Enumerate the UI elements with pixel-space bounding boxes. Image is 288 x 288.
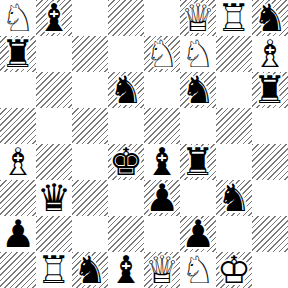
piece-glyph: ♞ <box>72 252 108 288</box>
square-a4[interactable]: ♝♗ <box>0 144 36 180</box>
piece-white-rook-g8[interactable]: ♜♖ <box>216 0 252 36</box>
piece-glyph: ♟ <box>180 216 216 252</box>
piece-white-bishop-a4[interactable]: ♝♗ <box>0 144 36 180</box>
piece-white-queen-f8[interactable]: ♛♕ <box>180 0 216 36</box>
piece-black-rook-a7[interactable]: ♜♜ <box>0 36 36 72</box>
square-e2[interactable] <box>144 216 180 252</box>
piece-glyph: ♘ <box>180 36 216 72</box>
square-a7[interactable]: ♜♜ <box>0 36 36 72</box>
square-f8[interactable]: ♛♕ <box>180 0 216 36</box>
piece-black-queen-b3[interactable]: ♛♛ <box>36 180 72 216</box>
square-g2[interactable] <box>216 216 252 252</box>
square-e1[interactable]: ♛♕ <box>144 252 180 288</box>
piece-white-knight-f7[interactable]: ♞♘ <box>180 36 216 72</box>
square-d4[interactable]: ♚♚ <box>108 144 144 180</box>
square-c7[interactable] <box>72 36 108 72</box>
square-h2[interactable] <box>252 216 288 252</box>
chess-board: ♞♘♝♝♛♕♜♖♞♞♜♜♞♘♞♘♝♗♞♞♞♞♜♜♝♗♚♚♝♝♜♜♛♛♟♟♞♞♟♟… <box>0 0 288 288</box>
piece-glyph: ♕ <box>180 0 216 36</box>
square-e3[interactable]: ♟♟ <box>144 180 180 216</box>
piece-white-rook-b1[interactable]: ♜♖ <box>36 252 72 288</box>
square-a8[interactable]: ♞♘ <box>0 0 36 36</box>
square-h4[interactable] <box>252 144 288 180</box>
square-c4[interactable] <box>72 144 108 180</box>
piece-glyph: ♗ <box>0 144 36 180</box>
piece-glyph: ♕ <box>144 252 180 288</box>
piece-white-knight-a8[interactable]: ♞♘ <box>0 0 36 36</box>
piece-white-queen-e1[interactable]: ♛♕ <box>144 252 180 288</box>
piece-glyph: ♗ <box>252 36 288 72</box>
square-f7[interactable]: ♞♘ <box>180 36 216 72</box>
square-b5[interactable] <box>36 108 72 144</box>
square-g6[interactable] <box>216 72 252 108</box>
piece-glyph: ♖ <box>36 252 72 288</box>
square-e7[interactable]: ♞♘ <box>144 36 180 72</box>
square-g7[interactable] <box>216 36 252 72</box>
piece-black-pawn-e3[interactable]: ♟♟ <box>144 180 180 216</box>
piece-glyph: ♚ <box>108 144 144 180</box>
square-e4[interactable]: ♝♝ <box>144 144 180 180</box>
square-c1[interactable]: ♞♞ <box>72 252 108 288</box>
piece-glyph: ♝ <box>144 144 180 180</box>
piece-glyph: ♝ <box>36 0 72 36</box>
square-d5[interactable] <box>108 108 144 144</box>
piece-black-bishop-e4[interactable]: ♝♝ <box>144 144 180 180</box>
square-b7[interactable] <box>36 36 72 72</box>
square-f2[interactable]: ♟♟ <box>180 216 216 252</box>
piece-black-knight-d6[interactable]: ♞♞ <box>108 72 144 108</box>
square-b3[interactable]: ♛♛ <box>36 180 72 216</box>
square-a6[interactable] <box>0 72 36 108</box>
square-c6[interactable] <box>72 72 108 108</box>
piece-white-knight-e7[interactable]: ♞♘ <box>144 36 180 72</box>
piece-white-knight-f1[interactable]: ♞♘ <box>180 252 216 288</box>
square-c8[interactable] <box>72 0 108 36</box>
square-e6[interactable] <box>144 72 180 108</box>
square-f3[interactable] <box>180 180 216 216</box>
piece-black-knight-f6[interactable]: ♞♞ <box>180 72 216 108</box>
square-c3[interactable] <box>72 180 108 216</box>
square-h1[interactable] <box>252 252 288 288</box>
piece-glyph: ♞ <box>180 72 216 108</box>
square-a3[interactable] <box>0 180 36 216</box>
square-f4[interactable]: ♜♜ <box>180 144 216 180</box>
piece-black-pawn-a2[interactable]: ♟♟ <box>0 216 36 252</box>
square-h7[interactable]: ♝♗ <box>252 36 288 72</box>
square-a1[interactable] <box>0 252 36 288</box>
square-e5[interactable] <box>144 108 180 144</box>
square-f1[interactable]: ♞♘ <box>180 252 216 288</box>
square-d3[interactable] <box>108 180 144 216</box>
square-a5[interactable] <box>0 108 36 144</box>
piece-glyph: ♜ <box>0 36 36 72</box>
piece-black-rook-h6[interactable]: ♜♜ <box>252 72 288 108</box>
square-c2[interactable] <box>72 216 108 252</box>
piece-black-king-d4[interactable]: ♚♚ <box>108 144 144 180</box>
square-b8[interactable]: ♝♝ <box>36 0 72 36</box>
square-b2[interactable] <box>36 216 72 252</box>
piece-black-rook-f4[interactable]: ♜♜ <box>180 144 216 180</box>
square-d2[interactable] <box>108 216 144 252</box>
square-d1[interactable]: ♝♝ <box>108 252 144 288</box>
square-h6[interactable]: ♜♜ <box>252 72 288 108</box>
square-c5[interactable] <box>72 108 108 144</box>
square-g8[interactable]: ♜♖ <box>216 0 252 36</box>
piece-glyph: ♜ <box>180 144 216 180</box>
piece-glyph: ♞ <box>252 0 288 36</box>
square-h5[interactable] <box>252 108 288 144</box>
piece-glyph: ♘ <box>180 252 216 288</box>
square-g3[interactable]: ♞♞ <box>216 180 252 216</box>
piece-white-bishop-h7[interactable]: ♝♗ <box>252 36 288 72</box>
piece-glyph: ♖ <box>216 0 252 36</box>
square-a2[interactable]: ♟♟ <box>0 216 36 252</box>
piece-glyph: ♛ <box>36 180 72 216</box>
square-h3[interactable] <box>252 180 288 216</box>
piece-black-pawn-f2[interactable]: ♟♟ <box>180 216 216 252</box>
square-f5[interactable] <box>180 108 216 144</box>
piece-glyph: ♞ <box>108 72 144 108</box>
piece-glyph: ♟ <box>144 180 180 216</box>
piece-glyph: ♟ <box>0 216 36 252</box>
piece-white-king-g1[interactable]: ♚♔ <box>216 252 252 288</box>
square-b4[interactable] <box>36 144 72 180</box>
square-b6[interactable] <box>36 72 72 108</box>
square-f6[interactable]: ♞♞ <box>180 72 216 108</box>
piece-black-knight-h8[interactable]: ♞♞ <box>252 0 288 36</box>
square-g1[interactable]: ♚♔ <box>216 252 252 288</box>
square-g4[interactable] <box>216 144 252 180</box>
piece-glyph: ♘ <box>0 0 36 36</box>
piece-black-bishop-b8[interactable]: ♝♝ <box>36 0 72 36</box>
square-d7[interactable] <box>108 36 144 72</box>
piece-glyph: ♜ <box>252 72 288 108</box>
square-d6[interactable]: ♞♞ <box>108 72 144 108</box>
piece-glyph: ♔ <box>216 252 252 288</box>
piece-glyph: ♞ <box>216 180 252 216</box>
piece-black-bishop-d1[interactable]: ♝♝ <box>108 252 144 288</box>
square-g5[interactable] <box>216 108 252 144</box>
piece-glyph: ♘ <box>144 36 180 72</box>
piece-black-knight-g3[interactable]: ♞♞ <box>216 180 252 216</box>
piece-glyph: ♝ <box>108 252 144 288</box>
square-h8[interactable]: ♞♞ <box>252 0 288 36</box>
square-e8[interactable] <box>144 0 180 36</box>
square-b1[interactable]: ♜♖ <box>36 252 72 288</box>
square-d8[interactable] <box>108 0 144 36</box>
piece-black-knight-c1[interactable]: ♞♞ <box>72 252 108 288</box>
